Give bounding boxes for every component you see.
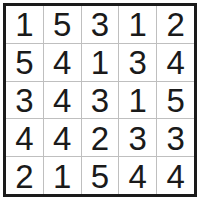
grid-cell-r2c1[interactable]: 5 [6,44,43,81]
grid-cell-r4c5[interactable]: 3 [157,119,194,156]
grid-cell-r2c2[interactable]: 4 [44,44,81,81]
grid-cell-r1c1[interactable]: 1 [6,6,43,43]
grid-cell-r3c4[interactable]: 1 [119,82,156,119]
grid-cell-r1c2[interactable]: 5 [44,6,81,43]
grid-cell-r4c4[interactable]: 3 [119,119,156,156]
grid-cell-r3c1[interactable]: 3 [6,82,43,119]
grid-cell-r2c3[interactable]: 1 [82,44,119,81]
grid-cell-r1c3[interactable]: 3 [82,6,119,43]
puzzle-board: 1531254134343154423321544 [3,3,197,197]
grid-cell-r1c4[interactable]: 1 [119,6,156,43]
puzzle-page: 1531254134343154423321544 [0,0,200,200]
grid-cell-r3c3[interactable]: 3 [82,82,119,119]
grid-cell-r5c5[interactable]: 4 [157,157,194,194]
grid-cell-r3c2[interactable]: 4 [44,82,81,119]
grid-cell-r4c1[interactable]: 4 [6,119,43,156]
grid-cell-r4c3[interactable]: 2 [82,119,119,156]
grid-cell-r2c5[interactable]: 4 [157,44,194,81]
grid-cell-r5c4[interactable]: 4 [119,157,156,194]
grid-cell-r1c5[interactable]: 2 [157,6,194,43]
grid-cell-r5c3[interactable]: 5 [82,157,119,194]
grid-cell-r2c4[interactable]: 3 [119,44,156,81]
grid-cell-r3c5[interactable]: 5 [157,82,194,119]
grid-cell-r5c2[interactable]: 1 [44,157,81,194]
grid-cell-r5c1[interactable]: 2 [6,157,43,194]
grid-cell-r4c2[interactable]: 4 [44,119,81,156]
